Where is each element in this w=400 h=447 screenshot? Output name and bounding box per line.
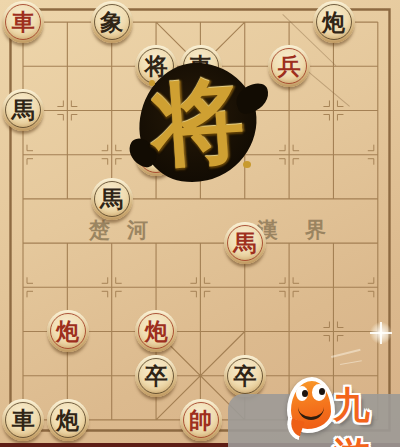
mascot-eye: [312, 384, 326, 401]
piece-glyph: 炮: [322, 10, 345, 34]
piece-black-cannon[interactable]: 炮: [47, 399, 89, 441]
piece-glyph: 象: [100, 10, 123, 34]
sparkle-icon: [370, 322, 392, 344]
piece-black-soldier[interactable]: 卒: [135, 355, 177, 397]
piece-glyph: 車: [12, 408, 35, 432]
piece-black-soldier[interactable]: 卒: [224, 355, 266, 397]
piece-glyph: 馬: [233, 231, 256, 255]
piece-red-soldier[interactable]: 兵: [268, 45, 310, 87]
piece-red-horse[interactable]: 馬: [224, 222, 266, 264]
piece-black-elephant[interactable]: 象: [91, 1, 133, 43]
piece-black-chariot[interactable]: 車: [2, 399, 44, 441]
mascot-eye: [296, 386, 308, 401]
piece-glyph: 卒: [233, 364, 256, 388]
piece-glyph: 兵: [278, 54, 301, 78]
piece-glyph: 炮: [56, 319, 79, 343]
piece-glyph: 馬: [100, 187, 123, 211]
jiang-badge-glyph: 将: [126, 49, 269, 196]
piece-glyph: 帥: [189, 408, 212, 432]
piece-glyph: 卒: [145, 364, 168, 388]
piece-glyph: 馬: [12, 98, 35, 122]
piece-red-chariot[interactable]: 車: [2, 1, 44, 43]
piece-glyph: 炮: [56, 408, 79, 432]
piece-red-cannon[interactable]: 炮: [135, 310, 177, 352]
piece-glyph: 炮: [145, 319, 168, 343]
piece-red-general[interactable]: 帥: [180, 399, 222, 441]
piece-black-horse[interactable]: 馬: [91, 178, 133, 220]
piece-glyph: 車: [12, 10, 35, 34]
piece-black-horse[interactable]: 馬: [2, 89, 44, 131]
jiuyou-brand-text: 九游: [333, 381, 400, 447]
check-badge: 将: [131, 54, 265, 192]
piece-black-cannon[interactable]: 炮: [313, 1, 355, 43]
piece-red-cannon[interactable]: 炮: [47, 310, 89, 352]
xiangqi-board-screen: 楚河 漢界 車象炮将車兵馬兵馬馬炮炮卒卒車炮帥 将 九游: [0, 0, 400, 447]
mascot-smile: [298, 404, 324, 420]
